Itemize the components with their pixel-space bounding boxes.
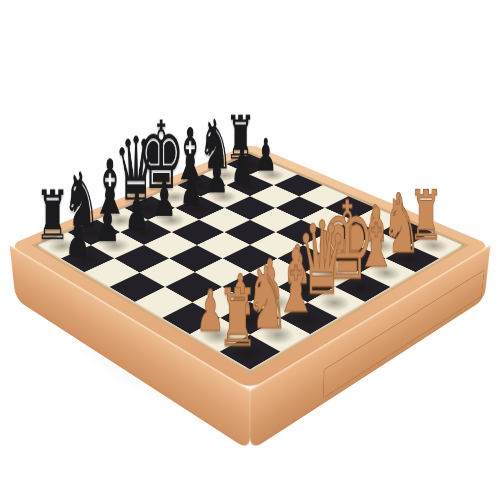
chess-set-scene: ♜♞♟♝♟♚♟♛♟♝♟♞♟♟♜♟♟♜♟♟♞♟♝♟♚♟♛♟♝♟♞♜ (0, 0, 500, 500)
chess-box: ♜♞♟♝♟♚♟♛♟♝♟♞♟♟♜♟♟♜♟♟♞♟♝♟♚♟♛♟♝♟♞♜ (10, 144, 491, 390)
product-photo: ♜♞♟♝♟♚♟♛♟♝♟♞♟♟♜♟♟♜♟♟♞♟♝♟♚♟♛♟♝♟♞♜ (0, 0, 500, 500)
